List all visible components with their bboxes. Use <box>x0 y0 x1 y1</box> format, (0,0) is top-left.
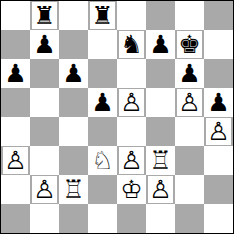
square-b5[interactable] <box>30 88 59 117</box>
piece-black-pawn: ♟ <box>149 32 171 57</box>
piece-black-rook: ♜ <box>91 3 113 28</box>
piece-white-rook: ♖ <box>149 148 171 173</box>
square-h3[interactable] <box>204 146 233 175</box>
piece-white-pawn: ♙ <box>4 148 26 173</box>
square-c5[interactable] <box>59 88 88 117</box>
piece-black-pawn: ♟ <box>4 61 26 86</box>
square-a7[interactable] <box>1 30 30 59</box>
piece-tile: ♜ <box>90 2 115 29</box>
square-e7[interactable]: ♞ <box>117 30 146 59</box>
square-h2[interactable] <box>204 175 233 204</box>
square-e1[interactable] <box>117 204 146 233</box>
square-c6[interactable]: ♟ <box>59 59 88 88</box>
square-a1[interactable] <box>1 204 30 233</box>
chess-board: ♜♜♟♞♟♚♟♟♟♟♙♙♟♙♙♘♙♖♙♖♔♙ <box>0 0 234 234</box>
square-g8[interactable] <box>175 1 204 30</box>
square-f7[interactable]: ♟ <box>146 30 175 59</box>
piece-tile: ♙ <box>148 176 173 203</box>
piece-tile: ♙ <box>3 147 28 174</box>
piece-tile: ♟ <box>32 31 57 58</box>
piece-tile: ♖ <box>61 176 86 203</box>
square-g7[interactable]: ♚ <box>175 30 204 59</box>
square-f8[interactable] <box>146 1 175 30</box>
square-h4[interactable]: ♙ <box>204 117 233 146</box>
piece-white-pawn: ♙ <box>149 177 171 202</box>
square-d5[interactable]: ♟ <box>88 88 117 117</box>
square-b4[interactable] <box>30 117 59 146</box>
square-f4[interactable] <box>146 117 175 146</box>
square-g6[interactable]: ♟ <box>175 59 204 88</box>
square-g3[interactable] <box>175 146 204 175</box>
square-a8[interactable] <box>1 1 30 30</box>
piece-tile: ♙ <box>206 118 231 145</box>
piece-tile: ♟ <box>177 60 202 87</box>
piece-tile: ♙ <box>119 89 144 116</box>
piece-black-pawn: ♟ <box>33 32 55 57</box>
square-c3[interactable] <box>59 146 88 175</box>
square-b7[interactable]: ♟ <box>30 30 59 59</box>
square-d6[interactable] <box>88 59 117 88</box>
piece-tile: ♜ <box>32 2 57 29</box>
piece-black-pawn: ♟ <box>91 90 113 115</box>
square-h5[interactable]: ♟ <box>204 88 233 117</box>
square-c2[interactable]: ♖ <box>59 175 88 204</box>
piece-tile: ♚ <box>177 31 202 58</box>
square-d2[interactable] <box>88 175 117 204</box>
piece-tile: ♟ <box>90 89 115 116</box>
piece-tile: ♖ <box>148 147 173 174</box>
square-e6[interactable] <box>117 59 146 88</box>
piece-black-king: ♚ <box>178 32 200 57</box>
square-b3[interactable] <box>30 146 59 175</box>
square-c8[interactable] <box>59 1 88 30</box>
piece-white-rook: ♖ <box>62 177 84 202</box>
piece-tile: ♞ <box>119 31 144 58</box>
square-f1[interactable] <box>146 204 175 233</box>
square-c7[interactable] <box>59 30 88 59</box>
square-a6[interactable]: ♟ <box>1 59 30 88</box>
square-b8[interactable]: ♜ <box>30 1 59 30</box>
square-h8[interactable] <box>204 1 233 30</box>
square-f6[interactable] <box>146 59 175 88</box>
chess-diagram: ♜♜♟♞♟♚♟♟♟♟♙♙♟♙♙♘♙♖♙♖♔♙ <box>0 0 234 234</box>
piece-white-pawn: ♙ <box>120 148 142 173</box>
square-a2[interactable] <box>1 175 30 204</box>
square-f5[interactable] <box>146 88 175 117</box>
piece-white-pawn: ♙ <box>178 90 200 115</box>
square-b1[interactable] <box>30 204 59 233</box>
square-d8[interactable]: ♜ <box>88 1 117 30</box>
square-b6[interactable] <box>30 59 59 88</box>
piece-white-pawn: ♙ <box>33 177 55 202</box>
square-b2[interactable]: ♙ <box>30 175 59 204</box>
square-d4[interactable] <box>88 117 117 146</box>
piece-black-knight: ♞ <box>120 32 142 57</box>
piece-black-rook: ♜ <box>33 3 55 28</box>
piece-tile: ♘ <box>90 147 115 174</box>
square-g2[interactable] <box>175 175 204 204</box>
piece-tile: ♙ <box>119 147 144 174</box>
piece-tile: ♟ <box>3 60 28 87</box>
square-a4[interactable] <box>1 117 30 146</box>
square-e5[interactable]: ♙ <box>117 88 146 117</box>
square-a3[interactable]: ♙ <box>1 146 30 175</box>
square-c1[interactable] <box>59 204 88 233</box>
piece-tile: ♟ <box>148 31 173 58</box>
piece-black-pawn: ♟ <box>62 61 84 86</box>
square-f2[interactable]: ♙ <box>146 175 175 204</box>
square-f3[interactable]: ♖ <box>146 146 175 175</box>
piece-white-pawn: ♙ <box>207 119 229 144</box>
piece-black-pawn: ♟ <box>207 90 229 115</box>
piece-white-knight: ♘ <box>91 148 113 173</box>
piece-tile: ♙ <box>177 89 202 116</box>
square-c4[interactable] <box>59 117 88 146</box>
square-e4[interactable] <box>117 117 146 146</box>
piece-tile: ♟ <box>206 89 231 116</box>
piece-white-king: ♔ <box>120 177 142 202</box>
square-e3[interactable]: ♙ <box>117 146 146 175</box>
square-g5[interactable]: ♙ <box>175 88 204 117</box>
square-d1[interactable] <box>88 204 117 233</box>
square-d3[interactable]: ♘ <box>88 146 117 175</box>
piece-tile: ♟ <box>61 60 86 87</box>
square-a5[interactable] <box>1 88 30 117</box>
piece-black-pawn: ♟ <box>178 61 200 86</box>
square-h7[interactable] <box>204 30 233 59</box>
square-g4[interactable] <box>175 117 204 146</box>
piece-white-pawn: ♙ <box>120 90 142 115</box>
square-e8[interactable] <box>117 1 146 30</box>
square-d7[interactable] <box>88 30 117 59</box>
square-e2[interactable]: ♔ <box>117 175 146 204</box>
square-h6[interactable] <box>204 59 233 88</box>
square-h1[interactable] <box>204 204 233 233</box>
piece-tile: ♙ <box>32 176 57 203</box>
piece-tile: ♔ <box>119 176 144 203</box>
square-g1[interactable] <box>175 204 204 233</box>
